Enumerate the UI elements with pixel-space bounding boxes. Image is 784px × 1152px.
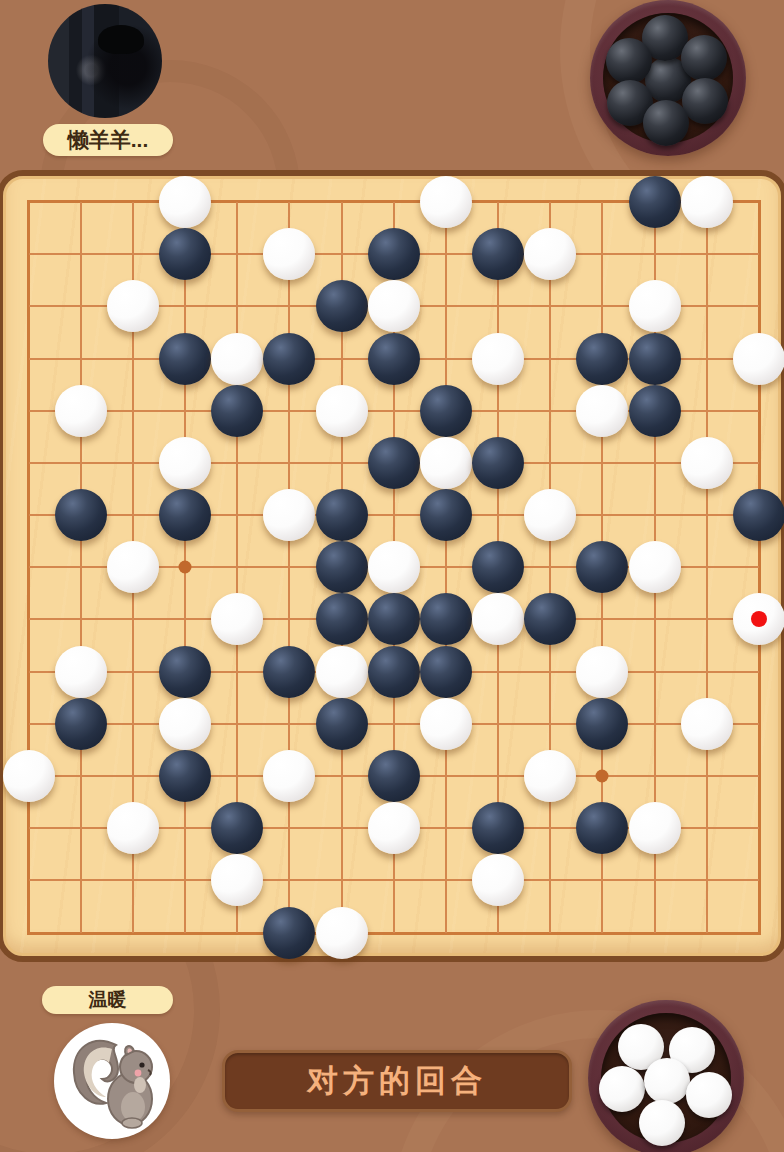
avatar-photo-detail — [98, 25, 144, 55]
bowl-stone-black — [643, 100, 689, 146]
bowl-stone-black — [682, 78, 728, 124]
gomoku-board[interactable] — [0, 170, 784, 962]
opponent-avatar[interactable] — [48, 4, 162, 118]
game-screen: 懒羊羊... 温暖 对方的回合 — [0, 0, 784, 1152]
white-stone-bowl — [588, 1000, 744, 1152]
bowl-stone-white — [599, 1066, 645, 1112]
self-name: 温暖 — [42, 986, 173, 1014]
squirrel-icon — [54, 1023, 170, 1139]
turn-status-button: 对方的回合 — [222, 1050, 572, 1112]
self-avatar[interactable] — [54, 1023, 170, 1139]
bowl-stone-white — [639, 1100, 685, 1146]
bowl-stone-black — [681, 35, 727, 81]
opponent-name: 懒羊羊... — [43, 124, 173, 156]
wood-grain — [6, 179, 778, 953]
black-stone-bowl — [590, 0, 746, 156]
bowl-stone-white — [686, 1072, 732, 1118]
bowl-stone-white — [644, 1058, 690, 1104]
bowl-stone-black — [606, 38, 652, 84]
